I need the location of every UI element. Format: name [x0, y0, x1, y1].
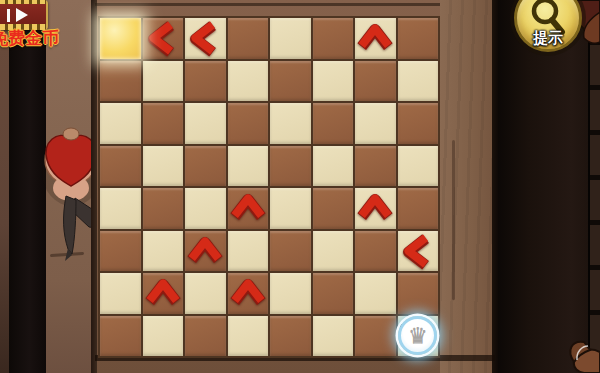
cell-r7c6[interactable]	[355, 316, 396, 357]
left-arrow-icon	[144, 19, 182, 57]
cell-r6c6[interactable]	[355, 273, 396, 314]
cell-r4c0[interactable]	[100, 188, 141, 229]
hint-button-label: 提示	[517, 29, 579, 48]
left-wall-edge	[0, 0, 9, 373]
cell-r5c3[interactable]	[228, 231, 269, 272]
cell-r1c1[interactable]	[143, 61, 184, 102]
cell-r5c7[interactable]	[398, 231, 439, 272]
cell-r6c1[interactable]	[143, 273, 184, 314]
crown-icon: ♛	[408, 325, 428, 347]
cell-r5c0[interactable]	[100, 231, 141, 272]
cell-r5c1[interactable]	[143, 231, 184, 272]
cell-r0c5[interactable]	[313, 18, 354, 59]
cell-r2c2[interactable]	[185, 103, 226, 144]
cell-r3c3[interactable]	[228, 146, 269, 187]
cell-r7c3[interactable]	[228, 316, 269, 357]
puzzle-board: ♛	[98, 16, 440, 358]
cell-r6c7[interactable]	[398, 273, 439, 314]
cell-r3c1[interactable]	[143, 146, 184, 187]
cell-r0c1[interactable]	[143, 18, 184, 59]
cell-r4c3[interactable]	[228, 188, 269, 229]
hint-button[interactable]: 提示	[514, 0, 582, 52]
cell-r5c5[interactable]	[313, 231, 354, 272]
cell-r6c2[interactable]	[185, 273, 226, 314]
play-bar-icon	[7, 9, 10, 22]
cell-r3c7[interactable]	[398, 146, 439, 187]
cell-r4c2[interactable]	[185, 188, 226, 229]
cell-r1c7[interactable]	[398, 61, 439, 102]
cell-r2c4[interactable]	[270, 103, 311, 144]
cell-r3c6[interactable]	[355, 146, 396, 187]
cell-r1c0[interactable]	[100, 61, 141, 102]
cell-r2c3[interactable]	[228, 103, 269, 144]
board-frame-right	[440, 0, 494, 373]
up-arrow-icon	[356, 189, 394, 227]
cell-r6c4[interactable]	[270, 273, 311, 314]
up-arrow-icon	[186, 232, 224, 270]
up-arrow-icon	[229, 189, 267, 227]
cell-r0c4[interactable]	[270, 18, 311, 59]
cell-r2c5[interactable]	[313, 103, 354, 144]
cell-r7c4[interactable]	[270, 316, 311, 357]
game-screen: 免费金币 ♛ 提示	[0, 0, 600, 373]
cell-r2c1[interactable]	[143, 103, 184, 144]
cell-r5c4[interactable]	[270, 231, 311, 272]
cell-r0c3[interactable]	[228, 18, 269, 59]
left-arrow-icon	[186, 19, 224, 57]
left-arrow-icon	[399, 232, 437, 270]
cell-r5c6[interactable]	[355, 231, 396, 272]
cell-r4c4[interactable]	[270, 188, 311, 229]
cell-r0c7[interactable]	[398, 18, 439, 59]
cell-r0c2[interactable]	[185, 18, 226, 59]
cell-r4c7[interactable]	[398, 188, 439, 229]
up-arrow-icon	[144, 274, 182, 312]
cell-r7c1[interactable]	[143, 316, 184, 357]
cell-r1c3[interactable]	[228, 61, 269, 102]
cell-r1c6[interactable]	[355, 61, 396, 102]
bottom-right-decoration	[550, 332, 600, 373]
cell-r7c7[interactable]: ♛	[398, 316, 439, 357]
cell-r1c2[interactable]	[185, 61, 226, 102]
cell-r3c5[interactable]	[313, 146, 354, 187]
cell-r4c5[interactable]	[313, 188, 354, 229]
up-arrow-icon	[229, 274, 267, 312]
cell-r3c4[interactable]	[270, 146, 311, 187]
wood-grain-streak	[452, 140, 455, 300]
cell-r6c0[interactable]	[100, 273, 141, 314]
cell-r2c6[interactable]	[355, 103, 396, 144]
crown-badge[interactable]: ♛	[398, 316, 437, 355]
cell-r3c2[interactable]	[185, 146, 226, 187]
free-coins-label[interactable]: 免费金币	[0, 27, 61, 50]
board-frame-left-edge	[91, 0, 97, 373]
up-arrow-icon	[356, 19, 394, 57]
film-strip-top	[0, 0, 46, 4]
cell-r1c5[interactable]	[313, 61, 354, 102]
cell-r7c5[interactable]	[313, 316, 354, 357]
cell-r3c0[interactable]	[100, 146, 141, 187]
cell-r4c1[interactable]	[143, 188, 184, 229]
cell-r7c0[interactable]	[100, 316, 141, 357]
cell-r6c3[interactable]	[228, 273, 269, 314]
board-frame-top-line	[95, 3, 497, 6]
cell-r1c4[interactable]	[270, 61, 311, 102]
cell-r2c7[interactable]	[398, 103, 439, 144]
cell-r2c0[interactable]	[100, 103, 141, 144]
cell-r6c5[interactable]	[313, 273, 354, 314]
cell-r5c2[interactable]	[185, 231, 226, 272]
ad-video-button[interactable]	[0, 0, 48, 30]
cell-r7c2[interactable]	[185, 316, 226, 357]
cell-r0c0[interactable]	[100, 18, 141, 59]
cell-r4c6[interactable]	[355, 188, 396, 229]
cell-r0c6[interactable]	[355, 18, 396, 59]
play-triangle-icon	[16, 8, 28, 22]
